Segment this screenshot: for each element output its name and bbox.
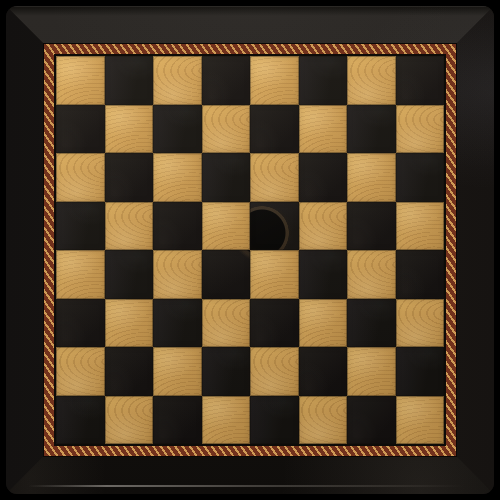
square-e1[interactable] (250, 396, 299, 445)
square-c1[interactable] (153, 396, 202, 445)
square-g2[interactable] (347, 347, 396, 396)
square-a3[interactable] (56, 299, 105, 348)
square-h6[interactable] (396, 153, 445, 202)
square-b8[interactable] (105, 56, 154, 105)
chess-board (6, 6, 494, 494)
square-f1[interactable] (299, 396, 348, 445)
square-c7[interactable] (153, 105, 202, 154)
square-g6[interactable] (347, 153, 396, 202)
square-e8[interactable] (250, 56, 299, 105)
square-f3[interactable] (299, 299, 348, 348)
square-a8[interactable] (56, 56, 105, 105)
square-c8[interactable] (153, 56, 202, 105)
square-c6[interactable] (153, 153, 202, 202)
square-h7[interactable] (396, 105, 445, 154)
square-f6[interactable] (299, 153, 348, 202)
square-c4[interactable] (153, 250, 202, 299)
square-h5[interactable] (396, 202, 445, 251)
square-f2[interactable] (299, 347, 348, 396)
square-d7[interactable] (202, 105, 251, 154)
square-e2[interactable] (250, 347, 299, 396)
frame-top-bevel (14, 6, 486, 7)
square-d6[interactable] (202, 153, 251, 202)
square-a2[interactable] (56, 347, 105, 396)
square-g1[interactable] (347, 396, 396, 445)
chessboard-photo (0, 0, 500, 500)
square-g4[interactable] (347, 250, 396, 299)
square-f5[interactable] (299, 202, 348, 251)
square-h1[interactable] (396, 396, 445, 445)
square-b3[interactable] (105, 299, 154, 348)
square-a5[interactable] (56, 202, 105, 251)
square-b7[interactable] (105, 105, 154, 154)
bottom-edge-highlight (28, 485, 464, 487)
square-e4[interactable] (250, 250, 299, 299)
square-e5[interactable] (250, 202, 299, 251)
square-c2[interactable] (153, 347, 202, 396)
square-d2[interactable] (202, 347, 251, 396)
square-a7[interactable] (56, 105, 105, 154)
square-d8[interactable] (202, 56, 251, 105)
square-d1[interactable] (202, 396, 251, 445)
board-grid (56, 56, 444, 444)
square-f4[interactable] (299, 250, 348, 299)
square-g7[interactable] (347, 105, 396, 154)
square-b4[interactable] (105, 250, 154, 299)
square-g8[interactable] (347, 56, 396, 105)
square-e7[interactable] (250, 105, 299, 154)
square-b6[interactable] (105, 153, 154, 202)
square-a6[interactable] (56, 153, 105, 202)
square-f8[interactable] (299, 56, 348, 105)
square-d4[interactable] (202, 250, 251, 299)
square-b1[interactable] (105, 396, 154, 445)
square-a1[interactable] (56, 396, 105, 445)
square-g5[interactable] (347, 202, 396, 251)
square-f7[interactable] (299, 105, 348, 154)
square-b5[interactable] (105, 202, 154, 251)
square-e6[interactable] (250, 153, 299, 202)
square-e3[interactable] (250, 299, 299, 348)
square-a4[interactable] (56, 250, 105, 299)
square-d3[interactable] (202, 299, 251, 348)
square-h8[interactable] (396, 56, 445, 105)
square-c3[interactable] (153, 299, 202, 348)
square-d5[interactable] (202, 202, 251, 251)
square-h4[interactable] (396, 250, 445, 299)
square-g3[interactable] (347, 299, 396, 348)
square-b2[interactable] (105, 347, 154, 396)
square-h3[interactable] (396, 299, 445, 348)
square-h2[interactable] (396, 347, 445, 396)
square-c5[interactable] (153, 202, 202, 251)
